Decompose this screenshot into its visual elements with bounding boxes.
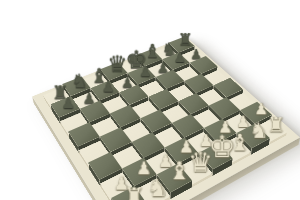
black-knight[interactable]: ♞ [69,71,90,90]
white-rook[interactable]: ♜ [121,185,148,200]
black-pawn[interactable]: ♟ [135,65,156,79]
chess-board: ♜♞♝♛♚♝♞♜♟♟♟♟♟♟♟♟♟♟♟♟♟♟♟♟♜♞♝♛♚♝♞♜ [44,43,287,200]
white-knight[interactable]: ♞ [144,176,170,200]
black-pawn[interactable]: ♟ [98,80,119,95]
product-photo-scene: ♜♞♝♛♚♝♞♜♟♟♟♟♟♟♟♟♟♟♟♟♟♟♟♟♜♞♝♛♚♝♞♜ [0,0,300,200]
black-queen[interactable]: ♛ [107,53,128,75]
black-pawn[interactable]: ♟ [57,96,79,111]
